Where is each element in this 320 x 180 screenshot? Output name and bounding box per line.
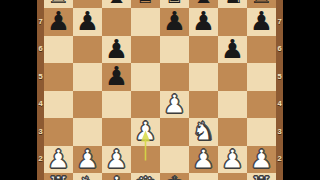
- rank-label-left-2: 2: [37, 155, 44, 163]
- piece-black-pawn-a7[interactable]: ♟: [47, 8, 70, 36]
- square-e2[interactable]: [160, 146, 189, 174]
- square-h3[interactable]: [247, 118, 276, 146]
- rank-label-right-4: 4: [276, 100, 283, 108]
- square-a2[interactable]: ♟: [44, 146, 73, 174]
- rank-label-left-6: 6: [37, 45, 44, 53]
- rank-label-left-3: 3: [37, 128, 44, 136]
- rank-label-right-6: 6: [276, 45, 283, 53]
- piece-black-pawn-b7[interactable]: ♟: [76, 8, 99, 36]
- square-d4[interactable]: [131, 91, 160, 119]
- square-c1[interactable]: ♝: [102, 173, 131, 180]
- piece-white-rook-h1[interactable]: ♜: [250, 173, 273, 180]
- square-d2[interactable]: [131, 146, 160, 174]
- square-b1[interactable]: ♞: [73, 173, 102, 180]
- piece-white-pawn-g2[interactable]: ♟: [221, 146, 244, 174]
- square-a3[interactable]: [44, 118, 73, 146]
- square-g5[interactable]: [218, 63, 247, 91]
- piece-white-king-e1[interactable]: ♚: [163, 173, 186, 180]
- square-c7[interactable]: [102, 8, 131, 36]
- square-d7[interactable]: [131, 8, 160, 36]
- piece-black-pawn-f7[interactable]: ♟: [192, 8, 215, 36]
- square-f4[interactable]: [189, 91, 218, 119]
- letterbox-left: [0, 0, 37, 180]
- square-b4[interactable]: [73, 91, 102, 119]
- square-b3[interactable]: [73, 118, 102, 146]
- piece-white-rook-a1[interactable]: ♜: [47, 173, 70, 180]
- square-b2[interactable]: ♟: [73, 146, 102, 174]
- chess-board: ♜♝♛♚♝♞♜♟♟♟♟♟♟♟♟♟♟♞♟♟♟♟♟♟♜♞♝♛♚♜ 776655443…: [37, 0, 283, 180]
- square-b5[interactable]: [73, 63, 102, 91]
- square-c4[interactable]: [102, 91, 131, 119]
- piece-black-knight-g8[interactable]: ♞: [221, 0, 244, 8]
- piece-white-knight-b1[interactable]: ♞: [76, 173, 99, 180]
- piece-white-pawn-d3[interactable]: ♟: [134, 118, 157, 146]
- piece-black-queen-d8[interactable]: ♛: [134, 0, 157, 8]
- square-b6[interactable]: [73, 36, 102, 64]
- piece-black-pawn-c5[interactable]: ♟: [105, 63, 128, 91]
- square-g4[interactable]: [218, 91, 247, 119]
- rank-label-right-5: 5: [276, 73, 283, 81]
- square-a4[interactable]: [44, 91, 73, 119]
- square-f6[interactable]: [189, 36, 218, 64]
- rank-label-left-4: 4: [37, 100, 44, 108]
- square-g3[interactable]: [218, 118, 247, 146]
- square-f3[interactable]: ♞: [189, 118, 218, 146]
- piece-white-pawn-h2[interactable]: ♟: [250, 146, 273, 174]
- piece-black-pawn-e7[interactable]: ♟: [163, 8, 186, 36]
- square-e7[interactable]: ♟: [160, 8, 189, 36]
- square-f1[interactable]: [189, 173, 218, 180]
- square-f7[interactable]: ♟: [189, 8, 218, 36]
- square-g1[interactable]: [218, 173, 247, 180]
- square-e1[interactable]: ♚: [160, 173, 189, 180]
- square-f2[interactable]: ♟: [189, 146, 218, 174]
- square-h7[interactable]: ♟: [247, 8, 276, 36]
- square-a6[interactable]: [44, 36, 73, 64]
- piece-white-queen-d1[interactable]: ♛: [134, 173, 157, 180]
- square-a5[interactable]: [44, 63, 73, 91]
- piece-white-pawn-c2[interactable]: ♟: [105, 146, 128, 174]
- square-h5[interactable]: [247, 63, 276, 91]
- square-a1[interactable]: ♜: [44, 173, 73, 180]
- square-e5[interactable]: [160, 63, 189, 91]
- piece-white-pawn-f2[interactable]: ♟: [192, 146, 215, 174]
- square-h2[interactable]: ♟: [247, 146, 276, 174]
- square-b7[interactable]: ♟: [73, 8, 102, 36]
- square-g7[interactable]: [218, 8, 247, 36]
- rank-label-right-2: 2: [276, 155, 283, 163]
- square-h6[interactable]: [247, 36, 276, 64]
- rank-label-left-7: 7: [37, 18, 44, 26]
- rank-label-right-3: 3: [276, 128, 283, 136]
- square-e3[interactable]: [160, 118, 189, 146]
- square-c2[interactable]: ♟: [102, 146, 131, 174]
- square-c3[interactable]: [102, 118, 131, 146]
- board-grid[interactable]: ♜♝♛♚♝♞♜♟♟♟♟♟♟♟♟♟♟♞♟♟♟♟♟♟♜♞♝♛♚♜: [44, 0, 276, 180]
- square-d8[interactable]: ♛: [131, 0, 160, 8]
- square-c8[interactable]: ♝: [102, 0, 131, 8]
- square-d6[interactable]: [131, 36, 160, 64]
- piece-black-pawn-h7[interactable]: ♟: [250, 8, 273, 36]
- square-d5[interactable]: [131, 63, 160, 91]
- piece-black-pawn-g6[interactable]: ♟: [221, 36, 244, 64]
- piece-white-pawn-e4[interactable]: ♟: [163, 91, 186, 119]
- square-f5[interactable]: [189, 63, 218, 91]
- square-c5[interactable]: ♟: [102, 63, 131, 91]
- video-frame: ♜♝♛♚♝♞♜♟♟♟♟♟♟♟♟♟♟♞♟♟♟♟♟♟♜♞♝♛♚♜ 776655443…: [0, 0, 320, 180]
- square-g6[interactable]: ♟: [218, 36, 247, 64]
- square-d1[interactable]: ♛: [131, 173, 160, 180]
- square-h1[interactable]: ♜: [247, 173, 276, 180]
- square-h4[interactable]: [247, 91, 276, 119]
- square-e6[interactable]: [160, 36, 189, 64]
- piece-white-knight-f3[interactable]: ♞: [192, 118, 215, 146]
- piece-white-bishop-c1[interactable]: ♝: [105, 173, 128, 180]
- square-e4[interactable]: ♟: [160, 91, 189, 119]
- square-c6[interactable]: ♟: [102, 36, 131, 64]
- piece-black-bishop-c8[interactable]: ♝: [105, 0, 128, 8]
- letterbox-right: [283, 0, 320, 180]
- rank-label-right-7: 7: [276, 18, 283, 26]
- square-a7[interactable]: ♟: [44, 8, 73, 36]
- piece-black-pawn-c6[interactable]: ♟: [105, 36, 128, 64]
- square-g8[interactable]: ♞: [218, 0, 247, 8]
- piece-white-pawn-a2[interactable]: ♟: [47, 146, 70, 174]
- square-g2[interactable]: ♟: [218, 146, 247, 174]
- square-d3[interactable]: ♟: [131, 118, 160, 146]
- piece-white-pawn-b2[interactable]: ♟: [76, 146, 99, 174]
- rank-label-left-5: 5: [37, 73, 44, 81]
